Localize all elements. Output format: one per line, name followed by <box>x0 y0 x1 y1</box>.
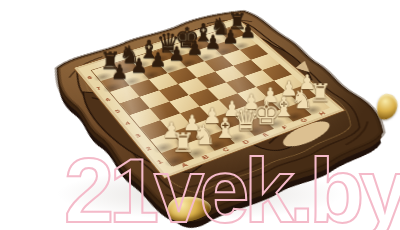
piece-black-pawn: ♟ <box>109 55 131 89</box>
piece-black-pawn: ♟ <box>147 43 168 76</box>
piece-black-pawn: ♟ <box>203 26 224 58</box>
piece-black-pawn: ♟ <box>220 21 241 53</box>
piece-black-pawn: ♟ <box>185 32 206 64</box>
piece-black-pawn: ♟ <box>166 37 187 70</box>
square-c5 <box>159 84 189 102</box>
product-photo: 87654321 ABCDEFGH ♜♞♝♛♚♝♞♜♟♟♟♟♟♟♟♟♟♟♟♟♟♟… <box>0 0 400 230</box>
piece-black-pawn: ♟ <box>128 49 150 82</box>
watermark: 21vek.by <box>64 146 400 230</box>
